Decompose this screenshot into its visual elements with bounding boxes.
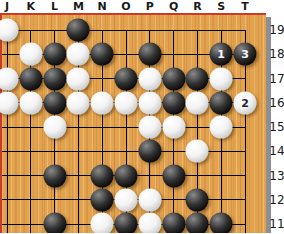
stone-S17-white [210, 67, 233, 90]
stone-O12-white [115, 188, 138, 211]
column-label-L: L [51, 0, 58, 13]
stone-P16-white [138, 91, 161, 114]
stone-P15-white [138, 116, 161, 139]
row-label-18: 18 [269, 47, 284, 61]
column-label-M: M [73, 0, 84, 13]
stone-K17-black [19, 67, 42, 90]
stone-P18-black [138, 43, 161, 66]
move-number-3: 3 [234, 43, 257, 66]
stone-M17-white [67, 67, 90, 90]
stone-L17-black [43, 67, 66, 90]
row-label-17: 17 [269, 72, 284, 86]
stone-P11-white [138, 213, 161, 234]
stone-K16-white [19, 91, 42, 114]
stone-N16-white [91, 91, 114, 114]
column-label-J: J [5, 0, 9, 13]
stone-Q17-black [162, 67, 185, 90]
stone-M18-white [67, 43, 90, 66]
column-label-S: S [217, 0, 225, 13]
move-number-2: 2 [234, 91, 257, 114]
go-diagram: JKLMNOPQRST 191817161514131211 132 [0, 0, 284, 233]
column-label-R: R [193, 0, 201, 13]
stone-N13-black [91, 164, 114, 187]
stone-Q13-black [162, 164, 185, 187]
stone-O17-black [115, 67, 138, 90]
column-label-T: T [241, 0, 249, 13]
stone-L13-black [43, 164, 66, 187]
stone-L11-black [43, 213, 66, 234]
stone-R16-white [186, 91, 209, 114]
stone-L18-black [43, 43, 66, 66]
stone-S11-black [210, 213, 233, 234]
stone-M16-white [67, 91, 90, 114]
stone-T16-white: 2 [234, 91, 257, 114]
row-label-19: 19 [269, 23, 284, 37]
stone-R17-black [186, 67, 209, 90]
column-label-Q: Q [169, 0, 178, 13]
column-label-N: N [98, 0, 107, 13]
stone-N12-black [91, 188, 114, 211]
stone-T18-black: 3 [234, 43, 257, 66]
column-label-P: P [146, 0, 154, 13]
column-label-K: K [27, 0, 36, 13]
stone-L15-white [43, 116, 66, 139]
stone-P14-black [138, 140, 161, 163]
stone-O13-black [115, 164, 138, 187]
stone-Q16-black [162, 91, 185, 114]
grid-hline-19 [2, 30, 246, 31]
stone-N11-white [91, 213, 114, 234]
stone-S18-black: 1 [210, 43, 233, 66]
stone-L16-black [43, 91, 66, 114]
stone-R12-black [186, 188, 209, 211]
row-label-13: 13 [269, 169, 284, 183]
grid-hline-14 [2, 151, 246, 152]
stone-R11-black [186, 213, 209, 234]
column-label-O: O [121, 0, 130, 13]
row-label-11: 11 [269, 217, 284, 231]
stone-O11-black [115, 213, 138, 234]
stone-S15-white [210, 116, 233, 139]
stone-P17-white [138, 67, 161, 90]
row-label-14: 14 [269, 144, 284, 158]
stone-O16-white [115, 91, 138, 114]
move-number-1: 1 [210, 43, 233, 66]
stone-R14-white [186, 140, 209, 163]
stone-S16-black [210, 91, 233, 114]
stone-N18-black [91, 43, 114, 66]
row-label-12: 12 [269, 193, 284, 207]
stone-Q11-black [162, 213, 185, 234]
stone-Q15-white [162, 116, 185, 139]
stone-M19-black [67, 19, 90, 42]
stone-P12-white [138, 188, 161, 211]
stone-K18-white [19, 43, 42, 66]
grid-vline-J [7, 30, 8, 234]
row-label-16: 16 [269, 96, 284, 110]
row-label-15: 15 [269, 120, 284, 134]
